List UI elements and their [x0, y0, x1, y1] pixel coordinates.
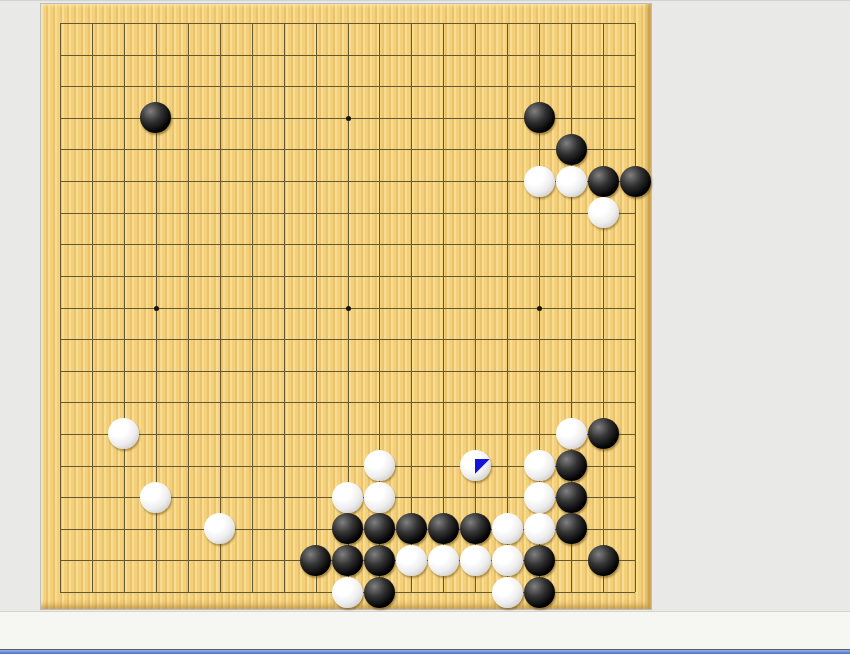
grid-line — [635, 23, 636, 592]
white-stone — [524, 166, 555, 197]
last-move-marker — [475, 459, 490, 474]
star-point — [537, 306, 542, 311]
baduk-client-window: { "game": "go (baduk), 19x19", "position… — [0, 0, 850, 654]
white-stone — [332, 577, 363, 608]
black-stone — [524, 545, 555, 576]
black-stone — [140, 102, 171, 133]
grid-line — [60, 371, 635, 372]
black-stone — [556, 134, 587, 165]
black-stone — [524, 102, 555, 133]
white-stone — [460, 450, 491, 481]
black-stone — [332, 513, 363, 544]
star-point — [154, 306, 159, 311]
grid-line — [60, 402, 635, 403]
black-stone — [556, 450, 587, 481]
white-stone — [428, 545, 459, 576]
white-stone — [556, 166, 587, 197]
white-stone — [556, 418, 587, 449]
white-stone — [524, 450, 555, 481]
white-stone — [524, 482, 555, 513]
white-stone — [492, 513, 523, 544]
board-grid — [60, 23, 635, 592]
control-panel: |◀ ◀5 ◀ ▶ 5▶ ▶| N AI판정 대국신청 복기시작 무르기 한수쉼… — [0, 611, 850, 650]
black-stone — [428, 513, 459, 544]
white-stone — [460, 545, 491, 576]
white-stone — [492, 545, 523, 576]
white-stone — [140, 482, 171, 513]
black-stone — [332, 545, 363, 576]
black-stone — [556, 482, 587, 513]
grid-line — [411, 23, 412, 592]
star-point — [346, 116, 351, 121]
white-stone — [492, 577, 523, 608]
grid-line — [475, 23, 476, 592]
black-stone — [524, 577, 555, 608]
black-stone — [460, 513, 491, 544]
black-stone — [556, 513, 587, 544]
black-stone — [620, 166, 651, 197]
window-bottom-edge — [0, 649, 850, 654]
white-stone — [364, 450, 395, 481]
black-stone — [588, 545, 619, 576]
black-stone — [588, 166, 619, 197]
black-stone — [588, 418, 619, 449]
grid-line — [60, 434, 635, 435]
white-stone — [332, 482, 363, 513]
black-stone — [396, 513, 427, 544]
star-point — [346, 306, 351, 311]
grid-line — [443, 23, 444, 592]
white-stone — [204, 513, 235, 544]
black-stone — [364, 513, 395, 544]
black-stone — [300, 545, 331, 576]
white-stone — [108, 418, 139, 449]
black-stone — [364, 577, 395, 608]
grid-line — [507, 23, 508, 592]
white-stone — [588, 197, 619, 228]
white-stone — [396, 545, 427, 576]
black-stone — [364, 545, 395, 576]
grid-line — [60, 339, 635, 340]
white-stone — [364, 482, 395, 513]
go-board[interactable] — [40, 3, 652, 610]
grid-line — [603, 23, 604, 592]
white-stone — [524, 513, 555, 544]
